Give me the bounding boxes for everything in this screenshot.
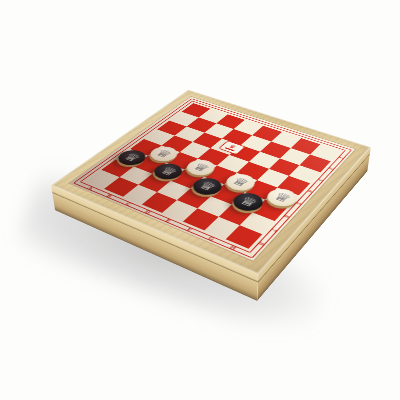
piece-white-f5[interactable]: ♕ <box>221 171 260 194</box>
piece-white-d5[interactable]: ♕ <box>182 157 220 178</box>
piece-black-e6[interactable]: ♕ <box>188 175 227 198</box>
piece-black-c6[interactable]: ♕ <box>149 161 188 183</box>
crown-icon: ♕ <box>189 160 213 174</box>
crown-icon: ♕ <box>120 151 144 165</box>
piece-white-b5[interactable]: ♕ <box>145 144 182 164</box>
crown-icon: ♕ <box>195 179 220 194</box>
brand-badge: ♛ <box>218 140 245 154</box>
scene: ABCDEFGH 12345678 ♛ ♕♕♕♕♕♕♕♕ <box>103 64 331 292</box>
crown-icon: ♕ <box>156 164 181 179</box>
product-photo-stage: ABCDEFGH 12345678 ♛ ♕♕♕♕♕♕♕♕ <box>0 0 400 400</box>
crown-icon: ♕ <box>236 194 261 210</box>
crown-icon: ♕ <box>152 147 176 161</box>
piece-black-g6[interactable]: ♕ <box>228 190 268 214</box>
crown-icon: ♕ <box>228 175 253 190</box>
crown-icon: ♕ <box>270 190 295 206</box>
